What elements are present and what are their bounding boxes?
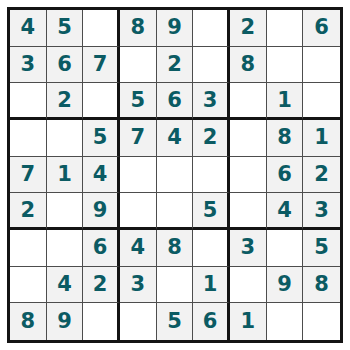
sudoku-cell-r6c3[interactable]: 9 (83, 193, 120, 230)
sudoku-cell-r3c5[interactable]: 6 (157, 83, 194, 120)
sudoku-cell-r5c6[interactable] (193, 157, 230, 194)
sudoku-cell-r2c2[interactable]: 6 (47, 47, 84, 84)
sudoku-cell-r4c5[interactable]: 4 (157, 120, 194, 157)
sudoku-cell-r8c1[interactable] (10, 267, 47, 304)
sudoku-cell-r2c1[interactable]: 3 (10, 47, 47, 84)
sudoku-cell-r8c6[interactable]: 1 (193, 267, 230, 304)
sudoku-cell-r5c2[interactable]: 1 (47, 157, 84, 194)
sudoku-cell-r7c4[interactable]: 4 (120, 230, 157, 267)
sudoku-page: 4589263672825631574281714622954364835423… (0, 0, 350, 350)
sudoku-cell-r7c7[interactable]: 3 (230, 230, 267, 267)
sudoku-cell-r6c4[interactable] (120, 193, 157, 230)
sudoku-cell-r1c5[interactable]: 9 (157, 10, 194, 47)
sudoku-cell-r4c1[interactable] (10, 120, 47, 157)
sudoku-cell-r5c8[interactable]: 6 (267, 157, 304, 194)
sudoku-cell-r4c4[interactable]: 7 (120, 120, 157, 157)
sudoku-cell-r2c7[interactable]: 8 (230, 47, 267, 84)
sudoku-cell-r7c2[interactable] (47, 230, 84, 267)
sudoku-cell-r9c8[interactable] (267, 303, 304, 340)
sudoku-cell-r2c9[interactable] (303, 47, 340, 84)
sudoku-cell-r3c3[interactable] (83, 83, 120, 120)
sudoku-cell-r9c3[interactable] (83, 303, 120, 340)
sudoku-cell-r6c8[interactable]: 4 (267, 193, 304, 230)
sudoku-cell-r8c8[interactable]: 9 (267, 267, 304, 304)
sudoku-cell-r3c4[interactable]: 5 (120, 83, 157, 120)
sudoku-cell-r1c9[interactable]: 6 (303, 10, 340, 47)
sudoku-cell-r2c4[interactable] (120, 47, 157, 84)
sudoku-cell-r7c1[interactable] (10, 230, 47, 267)
sudoku-cell-r3c6[interactable]: 3 (193, 83, 230, 120)
sudoku-cell-r6c6[interactable]: 5 (193, 193, 230, 230)
sudoku-cell-r7c9[interactable]: 5 (303, 230, 340, 267)
sudoku-cell-r1c8[interactable] (267, 10, 304, 47)
sudoku-board: 4589263672825631574281714622954364835423… (7, 7, 343, 343)
sudoku-cell-r7c5[interactable]: 8 (157, 230, 194, 267)
sudoku-cell-r6c9[interactable]: 3 (303, 193, 340, 230)
sudoku-cell-r2c5[interactable]: 2 (157, 47, 194, 84)
sudoku-cell-r9c6[interactable]: 6 (193, 303, 230, 340)
sudoku-cell-r2c3[interactable]: 7 (83, 47, 120, 84)
sudoku-cell-r6c2[interactable] (47, 193, 84, 230)
sudoku-cell-r9c2[interactable]: 9 (47, 303, 84, 340)
sudoku-cell-r7c3[interactable]: 6 (83, 230, 120, 267)
sudoku-cell-r8c3[interactable]: 2 (83, 267, 120, 304)
sudoku-cell-r8c7[interactable] (230, 267, 267, 304)
sudoku-cell-r5c1[interactable]: 7 (10, 157, 47, 194)
sudoku-cell-r5c3[interactable]: 4 (83, 157, 120, 194)
sudoku-cell-r1c1[interactable]: 4 (10, 10, 47, 47)
sudoku-cell-r1c4[interactable]: 8 (120, 10, 157, 47)
sudoku-cell-r9c4[interactable] (120, 303, 157, 340)
sudoku-cell-r9c5[interactable]: 5 (157, 303, 194, 340)
sudoku-cell-r4c6[interactable]: 2 (193, 120, 230, 157)
sudoku-cell-r3c1[interactable] (10, 83, 47, 120)
sudoku-cell-r6c5[interactable] (157, 193, 194, 230)
sudoku-cell-r1c3[interactable] (83, 10, 120, 47)
sudoku-cell-r4c7[interactable] (230, 120, 267, 157)
sudoku-cell-r8c5[interactable] (157, 267, 194, 304)
sudoku-cell-r3c7[interactable] (230, 83, 267, 120)
sudoku-cell-r4c3[interactable]: 5 (83, 120, 120, 157)
sudoku-cell-r8c9[interactable]: 8 (303, 267, 340, 304)
sudoku-cell-r6c1[interactable]: 2 (10, 193, 47, 230)
sudoku-cell-r9c7[interactable]: 1 (230, 303, 267, 340)
sudoku-cell-r5c7[interactable] (230, 157, 267, 194)
sudoku-cell-r7c8[interactable] (267, 230, 304, 267)
sudoku-cell-r8c4[interactable]: 3 (120, 267, 157, 304)
sudoku-cell-r2c6[interactable] (193, 47, 230, 84)
sudoku-cell-r1c7[interactable]: 2 (230, 10, 267, 47)
sudoku-cell-r1c6[interactable] (193, 10, 230, 47)
sudoku-cell-r5c5[interactable] (157, 157, 194, 194)
sudoku-cell-r7c6[interactable] (193, 230, 230, 267)
sudoku-cell-r3c9[interactable] (303, 83, 340, 120)
sudoku-cell-r2c8[interactable] (267, 47, 304, 84)
sudoku-cell-r9c1[interactable]: 8 (10, 303, 47, 340)
sudoku-cell-r3c2[interactable]: 2 (47, 83, 84, 120)
sudoku-cell-r3c8[interactable]: 1 (267, 83, 304, 120)
sudoku-cell-r9c9[interactable] (303, 303, 340, 340)
sudoku-cell-r6c7[interactable] (230, 193, 267, 230)
sudoku-cell-r4c2[interactable] (47, 120, 84, 157)
sudoku-cell-r1c2[interactable]: 5 (47, 10, 84, 47)
sudoku-cell-r4c8[interactable]: 8 (267, 120, 304, 157)
sudoku-cell-r5c4[interactable] (120, 157, 157, 194)
sudoku-cell-r5c9[interactable]: 2 (303, 157, 340, 194)
sudoku-cell-r8c2[interactable]: 4 (47, 267, 84, 304)
sudoku-cell-r4c9[interactable]: 1 (303, 120, 340, 157)
